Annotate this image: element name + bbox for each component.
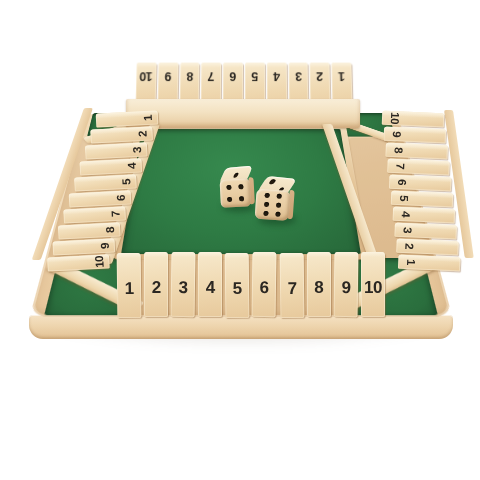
tile-number: 1 bbox=[404, 255, 419, 270]
tile-west-7[interactable]: 7 bbox=[63, 206, 126, 223]
die-pip bbox=[239, 196, 244, 201]
tile-east-9[interactable]: 9 bbox=[384, 127, 447, 144]
tile-number: 10 bbox=[136, 69, 156, 83]
die-pip bbox=[275, 212, 280, 217]
tile-south-8[interactable]: 8 bbox=[307, 252, 331, 317]
tile-west-2[interactable]: 2 bbox=[90, 126, 153, 143]
die-pip bbox=[227, 196, 232, 201]
tile-number: 4 bbox=[267, 69, 287, 83]
tile-number: 5 bbox=[225, 279, 249, 299]
tile-number: 9 bbox=[97, 239, 112, 254]
tile-number: 2 bbox=[310, 69, 330, 83]
tile-south-2[interactable]: 2 bbox=[144, 252, 168, 317]
tile-west-8[interactable]: 8 bbox=[58, 222, 121, 239]
tile-east-10[interactable]: 10 bbox=[382, 111, 445, 128]
tile-south-7[interactable]: 7 bbox=[279, 253, 304, 318]
tile-number: 5 bbox=[245, 69, 265, 83]
tile-south-4[interactable]: 4 bbox=[198, 252, 222, 317]
tile-south-3[interactable]: 3 bbox=[171, 252, 196, 317]
tile-south-1[interactable]: 1 bbox=[117, 253, 142, 318]
tile-east-6[interactable]: 6 bbox=[389, 175, 452, 192]
tile-south-9[interactable]: 9 bbox=[333, 252, 358, 317]
tile-number: 3 bbox=[130, 143, 145, 158]
tile-number: 4 bbox=[124, 159, 139, 174]
tile-number: 9 bbox=[390, 127, 405, 142]
tile-number: 1 bbox=[117, 279, 141, 299]
tile-number: 6 bbox=[252, 278, 276, 298]
tile-number: 2 bbox=[135, 127, 150, 142]
tile-number: 3 bbox=[171, 278, 195, 298]
die-pip bbox=[263, 211, 268, 216]
tile-row-east: 10987654321 bbox=[382, 112, 444, 270]
tile-number: 7 bbox=[393, 159, 408, 174]
tile-number: 10 bbox=[388, 111, 403, 126]
tile-east-3[interactable]: 3 bbox=[394, 223, 457, 240]
tile-row-south: 12345678910 bbox=[117, 252, 385, 317]
tile-west-6[interactable]: 6 bbox=[69, 190, 132, 207]
tile-west-3[interactable]: 3 bbox=[85, 142, 148, 159]
die-pip bbox=[264, 193, 269, 198]
tile-west-9[interactable]: 9 bbox=[52, 238, 115, 255]
tile-number: 6 bbox=[223, 69, 243, 83]
tile-row-west: 12345678910 bbox=[96, 112, 158, 270]
tile-number: 10 bbox=[92, 255, 107, 270]
tile-west-5[interactable]: 5 bbox=[74, 174, 137, 191]
tile-number: 2 bbox=[402, 239, 417, 254]
tile-south-10[interactable]: 10 bbox=[361, 252, 385, 317]
tile-number: 7 bbox=[108, 207, 123, 222]
board-front-edge bbox=[29, 315, 453, 339]
tile-number: 7 bbox=[201, 69, 221, 83]
tile-west-1[interactable]: 1 bbox=[96, 110, 159, 127]
die-pip bbox=[238, 185, 243, 190]
die-2[interactable] bbox=[254, 175, 295, 224]
tile-south-6[interactable]: 6 bbox=[252, 252, 277, 317]
tile-east-5[interactable]: 5 bbox=[391, 191, 454, 208]
die-pip bbox=[232, 173, 239, 178]
tile-number: 3 bbox=[288, 69, 308, 83]
tile-number: 10 bbox=[361, 278, 385, 298]
tile-east-8[interactable]: 8 bbox=[385, 143, 448, 160]
tile-number: 9 bbox=[158, 69, 178, 83]
tile-number: 8 bbox=[180, 69, 200, 83]
die-1[interactable] bbox=[219, 165, 255, 211]
tile-number: 5 bbox=[397, 191, 412, 206]
tile-number: 1 bbox=[141, 111, 156, 126]
tile-number: 8 bbox=[103, 223, 118, 238]
tile-number: 2 bbox=[144, 278, 168, 298]
tile-number: 8 bbox=[307, 278, 331, 298]
shut-the-box-photo: 10987654321 12345678910 10987654321 1234… bbox=[0, 0, 480, 480]
tile-number: 8 bbox=[391, 143, 406, 158]
die-2-front-face bbox=[255, 189, 291, 221]
tile-number: 7 bbox=[279, 279, 303, 299]
tile-number: 6 bbox=[395, 175, 410, 190]
tile-number: 6 bbox=[114, 191, 129, 206]
tile-east-4[interactable]: 4 bbox=[393, 207, 456, 224]
die-pip bbox=[226, 185, 231, 190]
tile-south-5[interactable]: 5 bbox=[225, 253, 250, 318]
tile-number: 4 bbox=[399, 207, 414, 222]
die-1-front-face bbox=[220, 178, 251, 208]
tile-number: 5 bbox=[119, 175, 134, 190]
die-pip bbox=[264, 202, 269, 207]
tile-west-4[interactable]: 4 bbox=[79, 158, 142, 175]
tile-number: 4 bbox=[198, 278, 222, 298]
tile-number: 9 bbox=[334, 278, 358, 298]
tile-east-2[interactable]: 2 bbox=[396, 239, 459, 256]
die-pip bbox=[277, 194, 282, 199]
die-pip bbox=[269, 179, 276, 184]
tile-west-10[interactable]: 10 bbox=[47, 254, 110, 271]
tile-number: 3 bbox=[400, 223, 415, 238]
tile-east-7[interactable]: 7 bbox=[387, 159, 450, 176]
die-pip bbox=[276, 203, 281, 208]
tile-number: 1 bbox=[332, 69, 352, 83]
tile-east-1[interactable]: 1 bbox=[398, 255, 461, 272]
